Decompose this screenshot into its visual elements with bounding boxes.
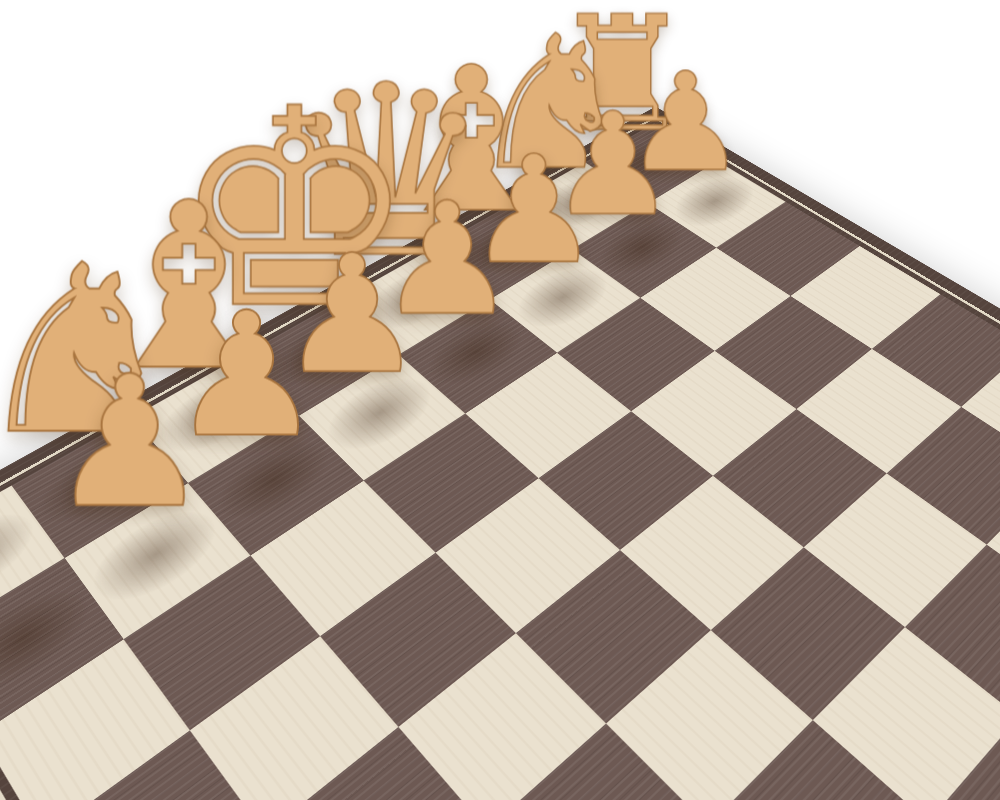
scene-perspective: ♟♟♟♟♟♟♟♟♜♞♝♛♚♝♞♜ xyxy=(0,0,1000,800)
chessboard-frame: ♟♟♟♟♟♟♟♟♜♞♝♛♚♝♞♜ xyxy=(0,107,1000,800)
square-e4[interactable] xyxy=(436,478,620,633)
white-pawn[interactable]: ♟ xyxy=(0,433,147,602)
board-squares: ♟♟♟♟♟♟♟♟♜♞♝♛♚♝♞♜ xyxy=(0,123,1000,800)
photo-background: ♟♟♟♟♟♟♟♟♜♞♝♛♚♝♞♜ xyxy=(0,0,1000,800)
